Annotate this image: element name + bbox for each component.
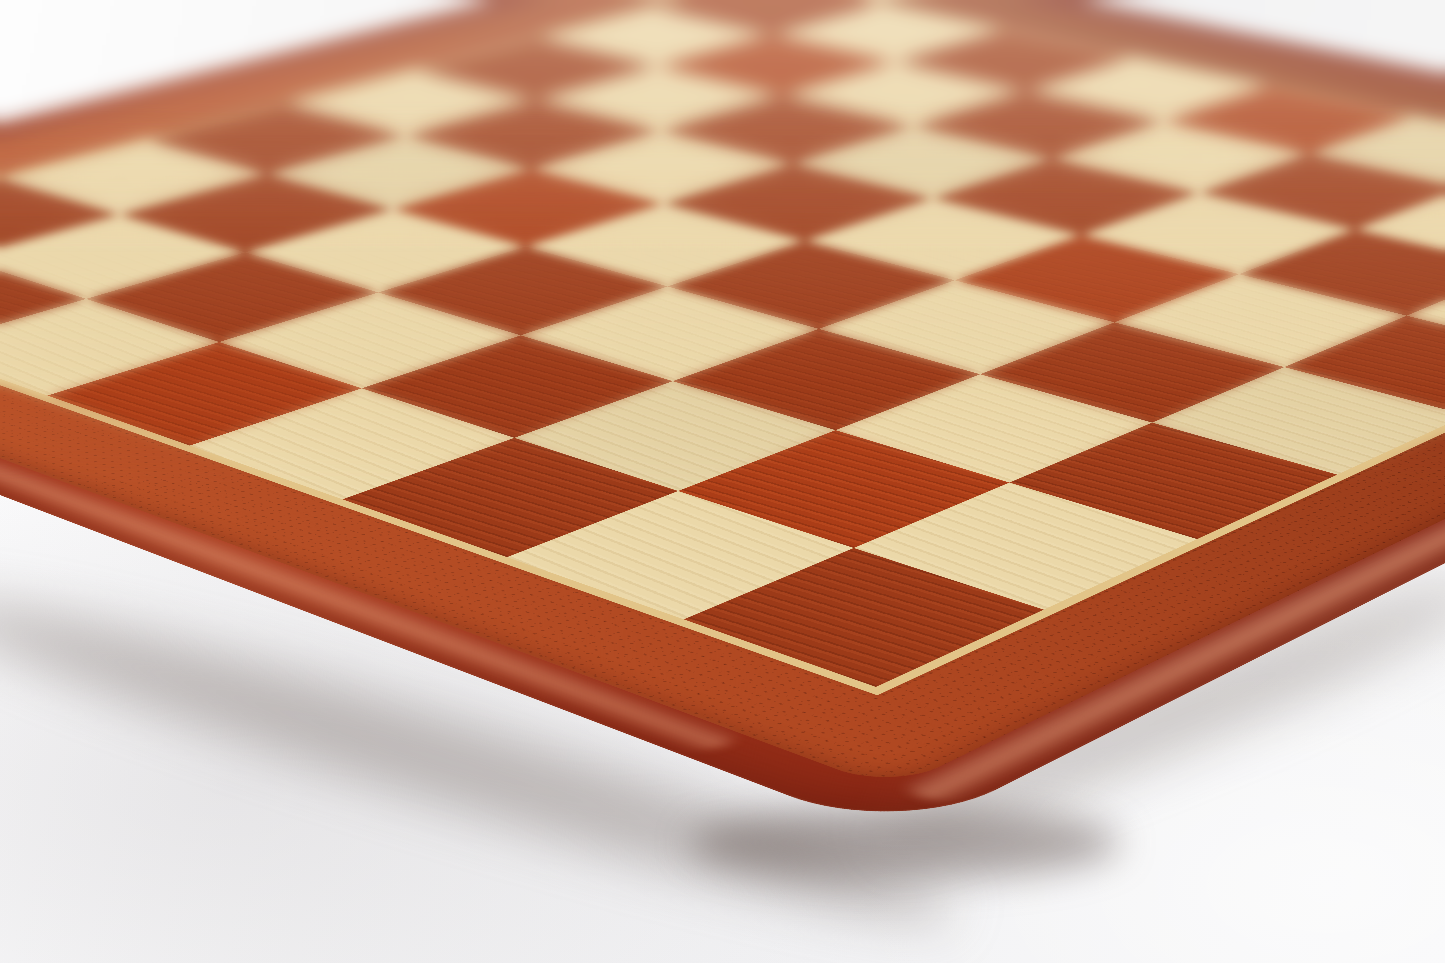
board-border (0, 0, 1445, 790)
cast-shadow-corner (690, 806, 1120, 880)
border-pinstripe-inlay (0, 0, 1445, 695)
playing-field (0, 0, 1445, 687)
chess-board (0, 0, 1445, 838)
photo-backdrop (0, 0, 1445, 963)
